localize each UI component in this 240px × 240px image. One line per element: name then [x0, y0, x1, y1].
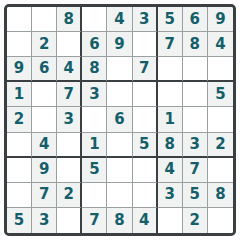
cell-r9c4[interactable]: 7 [82, 208, 107, 233]
cell-r7c8[interactable]: 7 [183, 158, 208, 183]
cell-r6c2[interactable]: 4 [32, 133, 57, 158]
cell-r1c2[interactable] [32, 7, 57, 32]
cell-r4c4[interactable]: 3 [82, 82, 107, 107]
cell-r6c6[interactable]: 5 [133, 133, 158, 158]
cell-r5c7[interactable]: 1 [158, 107, 183, 132]
cell-r6c5[interactable] [107, 133, 132, 158]
cell-r5c3[interactable]: 3 [57, 107, 82, 132]
cell-r7c1[interactable] [7, 158, 32, 183]
cell-r1c1[interactable] [7, 7, 32, 32]
cell-r6c3[interactable] [57, 133, 82, 158]
cell-r3c7[interactable] [158, 57, 183, 82]
cell-r3c5[interactable] [107, 57, 132, 82]
cell-r2c3[interactable] [57, 32, 82, 57]
cell-r1c9[interactable]: 9 [208, 7, 233, 32]
cell-r8c1[interactable] [7, 183, 32, 208]
sudoku-board: 8435692697849648717352361415832954772358… [4, 4, 236, 236]
cell-r2c6[interactable] [133, 32, 158, 57]
cell-r7c6[interactable] [133, 158, 158, 183]
cell-r3c8[interactable] [183, 57, 208, 82]
cell-r7c4[interactable]: 5 [82, 158, 107, 183]
cell-r3c9[interactable] [208, 57, 233, 82]
cell-r3c4[interactable]: 8 [82, 57, 107, 82]
cell-r9c7[interactable] [158, 208, 183, 233]
cell-r6c1[interactable] [7, 133, 32, 158]
cell-r8c5[interactable] [107, 183, 132, 208]
cell-r4c1[interactable]: 1 [7, 82, 32, 107]
cell-r4c3[interactable]: 7 [57, 82, 82, 107]
cell-r3c6[interactable]: 7 [133, 57, 158, 82]
cell-r7c3[interactable] [57, 158, 82, 183]
cell-r5c1[interactable]: 2 [7, 107, 32, 132]
cell-r9c3[interactable] [57, 208, 82, 233]
sudoku-page: 8435692697849648717352361415832954772358… [0, 0, 240, 240]
cell-r2c8[interactable]: 8 [183, 32, 208, 57]
cell-r9c1[interactable]: 5 [7, 208, 32, 233]
cell-r2c2[interactable]: 2 [32, 32, 57, 57]
cell-r1c7[interactable]: 5 [158, 7, 183, 32]
cell-r5c4[interactable] [82, 107, 107, 132]
cell-r6c7[interactable]: 8 [158, 133, 183, 158]
cell-r2c5[interactable]: 9 [107, 32, 132, 57]
cell-r3c2[interactable]: 6 [32, 57, 57, 82]
cell-r1c8[interactable]: 6 [183, 7, 208, 32]
cell-r8c9[interactable]: 8 [208, 183, 233, 208]
cell-r1c3[interactable]: 8 [57, 7, 82, 32]
cell-r8c6[interactable] [133, 183, 158, 208]
cell-r4c6[interactable] [133, 82, 158, 107]
cell-r8c8[interactable]: 5 [183, 183, 208, 208]
cell-r1c4[interactable] [82, 7, 107, 32]
cell-r7c9[interactable] [208, 158, 233, 183]
cell-r6c8[interactable]: 3 [183, 133, 208, 158]
cell-r9c8[interactable]: 2 [183, 208, 208, 233]
cell-r2c1[interactable] [7, 32, 32, 57]
cell-r8c2[interactable]: 7 [32, 183, 57, 208]
cell-r2c9[interactable]: 4 [208, 32, 233, 57]
cell-r5c2[interactable] [32, 107, 57, 132]
cell-r8c3[interactable]: 2 [57, 183, 82, 208]
cell-r3c3[interactable]: 4 [57, 57, 82, 82]
cell-r9c9[interactable] [208, 208, 233, 233]
cell-r8c7[interactable]: 3 [158, 183, 183, 208]
cell-r8c4[interactable] [82, 183, 107, 208]
cell-r4c7[interactable] [158, 82, 183, 107]
cell-r5c8[interactable] [183, 107, 208, 132]
cell-r4c2[interactable] [32, 82, 57, 107]
cell-r6c9[interactable]: 2 [208, 133, 233, 158]
cell-r7c2[interactable]: 9 [32, 158, 57, 183]
cell-r3c1[interactable]: 9 [7, 57, 32, 82]
cell-r6c4[interactable]: 1 [82, 133, 107, 158]
cell-r7c5[interactable] [107, 158, 132, 183]
cell-r9c5[interactable]: 8 [107, 208, 132, 233]
cell-r7c7[interactable]: 4 [158, 158, 183, 183]
cell-r1c5[interactable]: 4 [107, 7, 132, 32]
cell-r9c2[interactable]: 3 [32, 208, 57, 233]
cell-r4c8[interactable] [183, 82, 208, 107]
cell-r4c5[interactable] [107, 82, 132, 107]
cell-r5c9[interactable] [208, 107, 233, 132]
cell-r2c4[interactable]: 6 [82, 32, 107, 57]
cell-r5c5[interactable]: 6 [107, 107, 132, 132]
cell-r5c6[interactable] [133, 107, 158, 132]
cell-r1c6[interactable]: 3 [133, 7, 158, 32]
cell-r9c6[interactable]: 4 [133, 208, 158, 233]
cell-r2c7[interactable]: 7 [158, 32, 183, 57]
cell-r4c9[interactable]: 5 [208, 82, 233, 107]
